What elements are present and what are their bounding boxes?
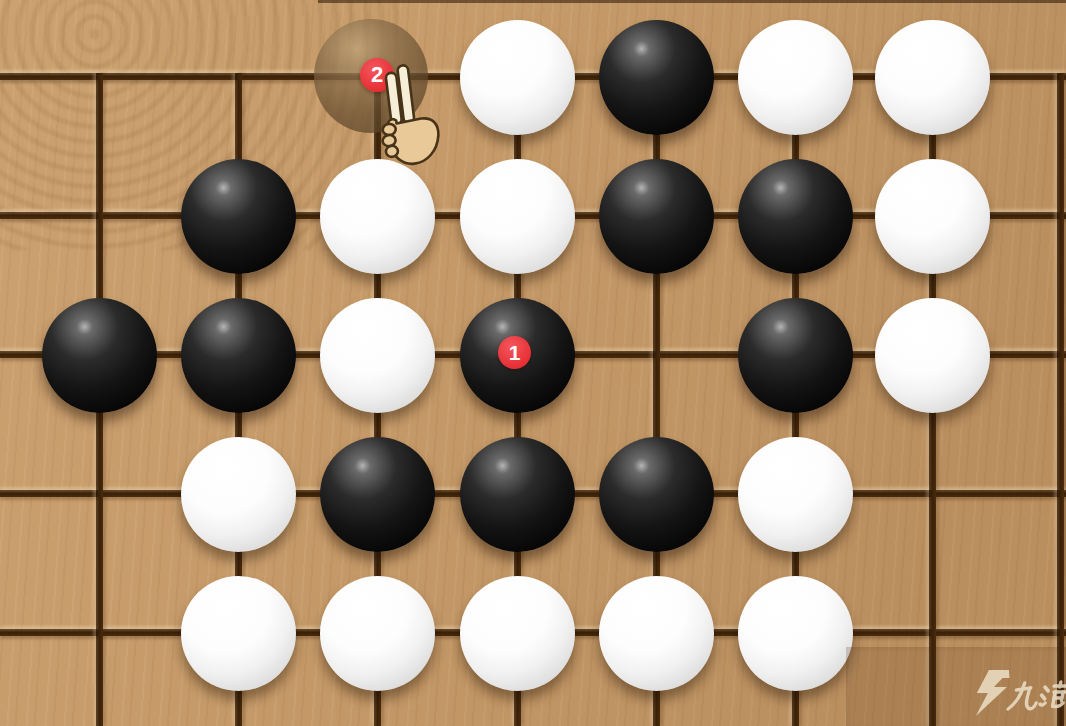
white-stone: [181, 437, 296, 552]
black-stone: [599, 159, 714, 274]
board-top-edge-line: [318, 0, 1066, 3]
white-stone: [599, 576, 714, 691]
white-stone: [738, 20, 853, 135]
white-stone: [738, 437, 853, 552]
grid-vline: [1057, 73, 1064, 726]
jiuyou-watermark: [966, 664, 1066, 722]
white-stone: [460, 159, 575, 274]
watermark-g-logo: [973, 670, 1011, 716]
black-stone: [42, 298, 157, 413]
black-stone: [738, 298, 853, 413]
white-stone: [460, 20, 575, 135]
tap-hand-cursor-icon: [372, 64, 446, 172]
go-board-screen: 1 2: [0, 0, 1066, 726]
move-1-badge: 1: [498, 336, 531, 369]
white-stone: [875, 20, 990, 135]
black-stone: [599, 437, 714, 552]
black-stone: [320, 437, 435, 552]
white-stone: [460, 576, 575, 691]
black-stone: [181, 159, 296, 274]
black-stone: [738, 159, 853, 274]
white-stone: [320, 298, 435, 413]
watermark-text-glyphs: [1008, 682, 1066, 709]
white-stone: [320, 576, 435, 691]
white-stone: [320, 159, 435, 274]
white-stone: [875, 298, 990, 413]
white-stone: [738, 576, 853, 691]
white-stone: [181, 576, 296, 691]
black-stone: [599, 20, 714, 135]
black-stone: [460, 437, 575, 552]
black-stone: [181, 298, 296, 413]
white-stone: [875, 159, 990, 274]
